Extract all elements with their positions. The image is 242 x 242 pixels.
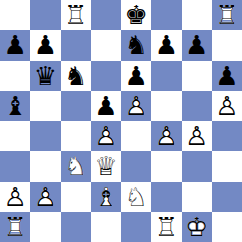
square-b4[interactable]: [30, 121, 60, 151]
square-h6[interactable]: ♟: [212, 61, 242, 91]
white-pawn-icon: ♟♙: [182, 121, 212, 151]
black-knight-icon: ♞: [121, 30, 151, 60]
white-pawn-icon: ♟♙: [212, 91, 242, 121]
square-e8[interactable]: ♚: [121, 0, 151, 30]
black-pawn-icon: ♟: [121, 61, 151, 91]
white-pawn-icon: ♟♙: [121, 91, 151, 121]
square-c4[interactable]: [61, 121, 91, 151]
square-d3[interactable]: ♛♕: [91, 151, 121, 181]
square-b2[interactable]: ♟♙: [30, 182, 60, 212]
square-h1[interactable]: [212, 212, 242, 242]
square-f8[interactable]: [151, 0, 181, 30]
white-queen-icon: ♛♕: [91, 151, 121, 181]
square-g5[interactable]: [182, 91, 212, 121]
square-h4[interactable]: [212, 121, 242, 151]
black-knight-icon: ♞: [61, 61, 91, 91]
square-f4[interactable]: ♟♙: [151, 121, 181, 151]
square-g1[interactable]: ♚♔: [182, 212, 212, 242]
square-f7[interactable]: ♟: [151, 30, 181, 60]
square-e3[interactable]: [121, 151, 151, 181]
square-f5[interactable]: [151, 91, 181, 121]
square-e6[interactable]: ♟: [121, 61, 151, 91]
black-pawn-icon: ♟: [0, 30, 30, 60]
square-h7[interactable]: [212, 30, 242, 60]
square-b1[interactable]: [30, 212, 60, 242]
square-c6[interactable]: ♞: [61, 61, 91, 91]
square-g7[interactable]: ♟: [182, 30, 212, 60]
square-d2[interactable]: ♝♗: [91, 182, 121, 212]
square-c7[interactable]: [61, 30, 91, 60]
black-pawn-icon: ♟: [151, 30, 181, 60]
black-pawn-icon: ♟: [91, 91, 121, 121]
square-a5[interactable]: ♝: [0, 91, 30, 121]
white-rook-icon: ♜♖: [151, 212, 181, 242]
white-pawn-icon: ♟♙: [151, 121, 181, 151]
white-knight-icon: ♞♘: [61, 151, 91, 181]
square-a3[interactable]: [0, 151, 30, 181]
square-d6[interactable]: [91, 61, 121, 91]
square-d8[interactable]: [91, 0, 121, 30]
white-rook-icon: ♜♖: [61, 0, 91, 30]
square-b3[interactable]: [30, 151, 60, 181]
square-g6[interactable]: [182, 61, 212, 91]
white-king-icon: ♚♔: [182, 212, 212, 242]
black-pawn-icon: ♟: [30, 30, 60, 60]
square-a6[interactable]: [0, 61, 30, 91]
black-pawn-icon: ♟: [182, 30, 212, 60]
square-d7[interactable]: [91, 30, 121, 60]
square-f2[interactable]: [151, 182, 181, 212]
square-b6[interactable]: ♛: [30, 61, 60, 91]
square-e7[interactable]: ♞: [121, 30, 151, 60]
white-knight-icon: ♞♘: [121, 182, 151, 212]
square-f1[interactable]: ♜♖: [151, 212, 181, 242]
square-d1[interactable]: [91, 212, 121, 242]
chess-board: ♜♖♚♜♖♟♟♞♟♟♛♞♟♟♝♟♟♙♟♙♟♙♟♙♟♙♞♘♛♕♟♙♟♙♝♗♞♘♜♖…: [0, 0, 242, 242]
square-g3[interactable]: [182, 151, 212, 181]
square-h8[interactable]: ♜♖: [212, 0, 242, 30]
square-a1[interactable]: ♜♖: [0, 212, 30, 242]
square-c8[interactable]: ♜♖: [61, 0, 91, 30]
square-e1[interactable]: [121, 212, 151, 242]
square-c1[interactable]: [61, 212, 91, 242]
white-pawn-icon: ♟♙: [30, 182, 60, 212]
black-pawn-icon: ♟: [212, 61, 242, 91]
square-a2[interactable]: ♟♙: [0, 182, 30, 212]
black-king-icon: ♚: [121, 0, 151, 30]
square-d5[interactable]: ♟: [91, 91, 121, 121]
square-a4[interactable]: [0, 121, 30, 151]
square-b7[interactable]: ♟: [30, 30, 60, 60]
black-queen-icon: ♛: [30, 61, 60, 91]
white-pawn-icon: ♟♙: [0, 182, 30, 212]
white-rook-icon: ♜♖: [212, 0, 242, 30]
white-bishop-icon: ♝♗: [91, 182, 121, 212]
square-a8[interactable]: [0, 0, 30, 30]
square-e2[interactable]: ♞♘: [121, 182, 151, 212]
square-g4[interactable]: ♟♙: [182, 121, 212, 151]
black-bishop-icon: ♝: [0, 91, 30, 121]
square-b5[interactable]: [30, 91, 60, 121]
square-f3[interactable]: [151, 151, 181, 181]
square-e4[interactable]: [121, 121, 151, 151]
square-g8[interactable]: [182, 0, 212, 30]
square-e5[interactable]: ♟♙: [121, 91, 151, 121]
square-b8[interactable]: [30, 0, 60, 30]
square-c3[interactable]: ♞♘: [61, 151, 91, 181]
white-pawn-icon: ♟♙: [91, 121, 121, 151]
square-h5[interactable]: ♟♙: [212, 91, 242, 121]
square-c2[interactable]: [61, 182, 91, 212]
square-h2[interactable]: [212, 182, 242, 212]
square-c5[interactable]: [61, 91, 91, 121]
square-d4[interactable]: ♟♙: [91, 121, 121, 151]
square-h3[interactable]: [212, 151, 242, 181]
white-rook-icon: ♜♖: [0, 212, 30, 242]
square-g2[interactable]: [182, 182, 212, 212]
square-a7[interactable]: ♟: [0, 30, 30, 60]
square-f6[interactable]: [151, 61, 181, 91]
